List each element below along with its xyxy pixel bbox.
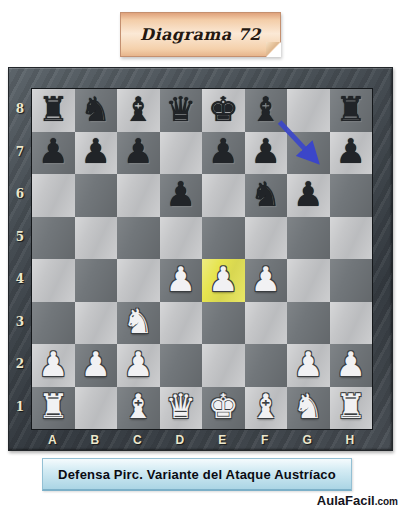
square-e2 [202, 344, 245, 387]
brand-tld: .com [375, 496, 398, 507]
white-pawn: ♟ [208, 262, 238, 296]
black-king: ♚ [208, 92, 238, 126]
square-d7 [160, 132, 203, 175]
file-label-c: C [116, 430, 159, 450]
black-knight: ♞ [81, 92, 111, 126]
file-labels: ABCDEFGH [31, 430, 371, 450]
brand-aulafacil[interactable]: AulaFacil .com [317, 493, 398, 508]
square-e7: ♟ [202, 132, 245, 175]
rank-label-5: 5 [9, 216, 31, 259]
white-queen: ♛ [166, 389, 196, 423]
square-c6 [117, 174, 160, 217]
file-label-h: H [329, 430, 372, 450]
black-rook: ♜ [336, 92, 366, 126]
square-f1: ♝ [245, 387, 288, 430]
black-queen: ♛ [166, 92, 196, 126]
rank-labels: 87654321 [9, 88, 31, 428]
square-a7: ♟ [32, 132, 75, 175]
black-pawn: ♟ [293, 177, 323, 211]
square-e6 [202, 174, 245, 217]
file-label-d: D [159, 430, 202, 450]
file-label-f: F [244, 430, 287, 450]
square-c3: ♞ [117, 302, 160, 345]
black-pawn: ♟ [123, 134, 153, 168]
square-h4 [330, 259, 373, 302]
black-pawn: ♟ [81, 134, 111, 168]
square-h5 [330, 217, 373, 260]
square-g1: ♞ [287, 387, 330, 430]
square-e3 [202, 302, 245, 345]
square-d1: ♛ [160, 387, 203, 430]
white-pawn: ♟ [81, 347, 111, 381]
square-c7: ♟ [117, 132, 160, 175]
square-a4 [32, 259, 75, 302]
diagram-title: Diagrama 72 [140, 25, 261, 44]
square-h1: ♜ [330, 387, 373, 430]
white-king: ♚ [208, 389, 238, 423]
square-b1 [75, 387, 118, 430]
caption-text: Defensa Pirc. Variante del Ataque Austrí… [58, 467, 336, 482]
square-g6: ♟ [287, 174, 330, 217]
square-c1: ♝ [117, 387, 160, 430]
square-d8: ♛ [160, 89, 203, 132]
square-f2 [245, 344, 288, 387]
white-bishop: ♝ [251, 389, 281, 423]
square-g2: ♟ [287, 344, 330, 387]
square-d2 [160, 344, 203, 387]
square-g8 [287, 89, 330, 132]
square-h3 [330, 302, 373, 345]
square-c2: ♟ [117, 344, 160, 387]
square-f8: ♝ [245, 89, 288, 132]
square-f5 [245, 217, 288, 260]
chess-board: ♜♞♝♛♚♝♜♟♟♟♟♟♟♟♞♟♟♟♟♞♟♟♟♟♟♜♝♛♚♝♞♜ [31, 88, 373, 430]
square-h7: ♟ [330, 132, 373, 175]
square-g4 [287, 259, 330, 302]
square-a3 [32, 302, 75, 345]
square-f7: ♟ [245, 132, 288, 175]
square-a2: ♟ [32, 344, 75, 387]
black-pawn: ♟ [166, 177, 196, 211]
rank-label-4: 4 [9, 258, 31, 301]
white-pawn: ♟ [293, 347, 323, 381]
square-e5 [202, 217, 245, 260]
square-d3 [160, 302, 203, 345]
chess-board-frame: 87654321 ♜♞♝♛♚♝♜♟♟♟♟♟♟♟♞♟♟♟♟♞♟♟♟♟♟♜♝♛♚♝♞… [8, 67, 393, 451]
square-b7: ♟ [75, 132, 118, 175]
square-c4 [117, 259, 160, 302]
square-b3 [75, 302, 118, 345]
file-label-g: G [286, 430, 329, 450]
black-pawn: ♟ [38, 134, 68, 168]
white-rook: ♜ [38, 389, 68, 423]
white-knight: ♞ [293, 389, 323, 423]
square-b4 [75, 259, 118, 302]
square-c5 [117, 217, 160, 260]
square-d4: ♟ [160, 259, 203, 302]
square-b2: ♟ [75, 344, 118, 387]
brand-name: AulaFacil [317, 493, 375, 508]
square-e4: ♟ [202, 259, 245, 302]
square-a6 [32, 174, 75, 217]
diagram-title-plaque: Diagrama 72 [120, 12, 281, 57]
square-b5 [75, 217, 118, 260]
square-d6: ♟ [160, 174, 203, 217]
square-g5 [287, 217, 330, 260]
square-f6: ♞ [245, 174, 288, 217]
file-label-b: B [74, 430, 117, 450]
square-b6 [75, 174, 118, 217]
white-knight: ♞ [123, 304, 153, 338]
black-pawn: ♟ [208, 134, 238, 168]
black-pawn: ♟ [336, 134, 366, 168]
square-h6 [330, 174, 373, 217]
square-g7 [287, 132, 330, 175]
square-e1: ♚ [202, 387, 245, 430]
white-rook: ♜ [336, 389, 366, 423]
square-a8: ♜ [32, 89, 75, 132]
square-f3 [245, 302, 288, 345]
square-c8: ♝ [117, 89, 160, 132]
black-knight: ♞ [251, 177, 281, 211]
rank-label-7: 7 [9, 131, 31, 174]
white-pawn: ♟ [123, 347, 153, 381]
white-pawn: ♟ [166, 262, 196, 296]
file-label-a: A [31, 430, 74, 450]
square-e8: ♚ [202, 89, 245, 132]
black-bishop: ♝ [123, 92, 153, 126]
rank-label-1: 1 [9, 386, 31, 429]
black-bishop: ♝ [251, 92, 281, 126]
rank-label-8: 8 [9, 88, 31, 131]
square-a1: ♜ [32, 387, 75, 430]
rank-label-2: 2 [9, 343, 31, 386]
white-pawn: ♟ [38, 347, 68, 381]
square-h2: ♟ [330, 344, 373, 387]
rank-label-6: 6 [9, 173, 31, 216]
file-label-e: E [201, 430, 244, 450]
square-b8: ♞ [75, 89, 118, 132]
square-d5 [160, 217, 203, 260]
black-pawn: ♟ [251, 134, 281, 168]
square-a5 [32, 217, 75, 260]
square-g3 [287, 302, 330, 345]
square-f4: ♟ [245, 259, 288, 302]
white-bishop: ♝ [123, 389, 153, 423]
caption-box: Defensa Pirc. Variante del Ataque Austrí… [42, 458, 352, 491]
rank-label-3: 3 [9, 301, 31, 344]
black-rook: ♜ [38, 92, 68, 126]
white-pawn: ♟ [251, 262, 281, 296]
square-h8: ♜ [330, 89, 373, 132]
white-pawn: ♟ [336, 347, 366, 381]
